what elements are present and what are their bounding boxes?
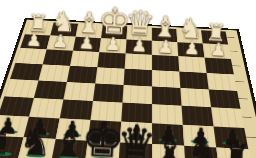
square-f5 (63, 82, 95, 101)
square-e4 (95, 67, 124, 85)
square-b5 (180, 88, 211, 107)
piece-wP: ♟ (157, 37, 174, 56)
square-b2: ♟ (177, 42, 204, 58)
square-d3 (125, 54, 152, 71)
square-e3 (97, 52, 125, 68)
square-b8: ♞ (184, 146, 219, 158)
chess-board: ♜♞♝♚♛♝♞♜♟♟♟♟♟♟♟♟♟♟♟♟♟♟♟♟♜♞♝♚♛♝♞♜ hgfedcb… (0, 18, 256, 158)
square-c4 (152, 70, 180, 88)
piece-bN: ♞ (186, 133, 220, 158)
square-a5 (209, 89, 241, 108)
square-g4 (38, 64, 70, 82)
square-d5 (122, 85, 152, 104)
square-a8: ♜ (216, 147, 253, 158)
square-h5 (4, 79, 38, 98)
square-h2: ♟ (20, 34, 50, 49)
square-d4 (124, 69, 152, 87)
square-d2: ♟ (126, 39, 152, 54)
square-a2: ♟ (203, 43, 231, 59)
square-g2: ♟ (47, 35, 76, 50)
play-area: ♜♞♝♚♛♝♞♜♟♟♟♟♟♟♟♟♟♟♟♟♟♟♟♟♜♞♝♚♛♝♞♜ (0, 21, 256, 158)
board-frame: ♜♞♝♚♛♝♞♜♟♟♟♟♟♟♟♟♟♟♟♟♟♟♟♟♜♞♝♚♛♝♞♜ hgfedcb… (0, 18, 256, 158)
square-h3 (15, 48, 46, 64)
square-c2: ♟ (152, 41, 178, 56)
square-e8: ♚ (85, 141, 120, 158)
piece-wP: ♟ (78, 33, 95, 52)
square-e5 (93, 83, 124, 102)
square-d8: ♛ (118, 142, 152, 158)
piece-bQ: ♛ (115, 121, 157, 158)
square-a3 (205, 58, 234, 75)
square-c5 (152, 86, 182, 105)
board-grid: ♜♞♝♚♛♝♞♜♟♟♟♟♟♟♟♟♟♟♟♟♟♟♟♟♜♞♝♚♛♝♞♜ (0, 21, 253, 158)
square-f3 (70, 51, 99, 67)
square-g3 (43, 49, 73, 65)
piece-wP: ♟ (131, 36, 148, 55)
square-g8: ♞ (18, 137, 56, 158)
square-e2: ♟ (99, 38, 126, 53)
chess-set-photo: ♜♞♝♚♛♝♞♜♟♟♟♟♟♟♟♟♟♟♟♟♟♟♟♟♜♞♝♚♛♝♞♜ hgfedcb… (0, 0, 256, 158)
square-a4 (207, 73, 238, 91)
square-c8: ♝ (152, 144, 186, 158)
piece-wP: ♟ (104, 35, 121, 54)
square-g5 (34, 80, 67, 99)
piece-wP: ♟ (25, 30, 42, 49)
piece-bN: ♞ (18, 124, 52, 158)
square-f4 (67, 66, 97, 84)
square-h4 (10, 63, 43, 81)
square-b3 (178, 56, 206, 73)
piece-bR: ♜ (0, 127, 16, 158)
piece-bB: ♝ (152, 130, 187, 158)
piece-bR: ♜ (222, 139, 252, 158)
board-perspective-wrapper: ♜♞♝♚♛♝♞♜♟♟♟♟♟♟♟♟♟♟♟♟♟♟♟♟♜♞♝♚♛♝♞♜ hgfedcb… (0, 0, 256, 158)
piece-wP: ♟ (52, 32, 69, 51)
piece-wP: ♟ (183, 39, 200, 58)
square-f2: ♟ (73, 37, 101, 52)
square-b4 (179, 72, 208, 90)
square-c3 (152, 55, 179, 72)
piece-wP: ♟ (210, 40, 227, 59)
